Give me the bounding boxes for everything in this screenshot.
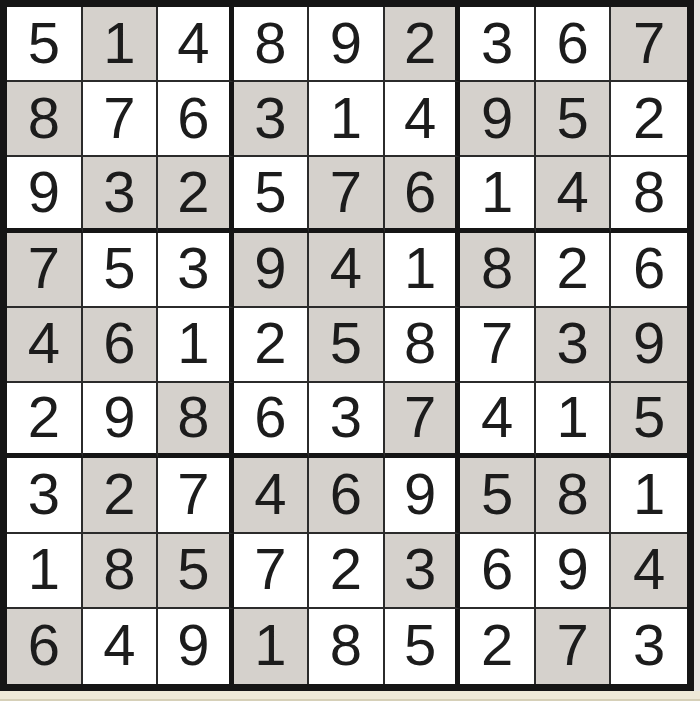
cell-digit: 6	[481, 540, 513, 598]
sudoku-cell-r3c4[interactable]: 5	[234, 157, 310, 232]
cell-digit: 7	[28, 239, 60, 297]
sudoku-cell-r4c8[interactable]: 2	[536, 233, 612, 308]
sudoku-cell-r9c2[interactable]: 4	[83, 609, 159, 684]
sudoku-cell-r2c3[interactable]: 6	[158, 82, 234, 157]
sudoku-cell-r8c3[interactable]: 5	[158, 534, 234, 609]
sudoku-cell-r3c3[interactable]: 2	[158, 157, 234, 232]
sudoku-cell-r9c5[interactable]: 8	[309, 609, 385, 684]
cell-digit: 9	[28, 163, 60, 221]
sudoku-cell-r1c8[interactable]: 6	[536, 7, 612, 82]
cell-digit: 3	[177, 239, 209, 297]
sudoku-cell-r6c4[interactable]: 6	[234, 383, 310, 458]
sudoku-cell-r3c2[interactable]: 3	[83, 157, 159, 232]
cell-digit: 8	[103, 540, 135, 598]
sudoku-cell-r1c1[interactable]: 5	[7, 7, 83, 82]
sudoku-cell-r4c4[interactable]: 9	[234, 233, 310, 308]
sudoku-cell-r4c1[interactable]: 7	[7, 233, 83, 308]
sudoku-cell-r8c5[interactable]: 2	[309, 534, 385, 609]
sudoku-cell-r1c2[interactable]: 1	[83, 7, 159, 82]
sudoku-cell-r5c6[interactable]: 8	[385, 308, 461, 383]
cell-digit: 9	[481, 89, 513, 147]
sudoku-cell-r9c1[interactable]: 6	[7, 609, 83, 684]
cell-digit: 7	[254, 540, 286, 598]
sudoku-cell-r5c4[interactable]: 2	[234, 308, 310, 383]
sudoku-cell-r6c9[interactable]: 5	[611, 383, 687, 458]
cell-digit: 6	[404, 163, 436, 221]
cell-digit: 4	[177, 14, 209, 72]
sudoku-cell-r6c2[interactable]: 9	[83, 383, 159, 458]
sudoku-cell-r4c9[interactable]: 6	[611, 233, 687, 308]
cell-digit: 3	[404, 540, 436, 598]
sudoku-cell-r5c9[interactable]: 9	[611, 308, 687, 383]
cell-digit: 6	[177, 89, 209, 147]
bottom-margin-strip	[0, 691, 700, 701]
sudoku-cell-r8c4[interactable]: 7	[234, 534, 310, 609]
cell-digit: 8	[557, 465, 589, 523]
cell-digit: 6	[28, 616, 60, 674]
sudoku-cell-r5c2[interactable]: 6	[83, 308, 159, 383]
cell-digit: 7	[633, 14, 665, 72]
sudoku-cell-r9c6[interactable]: 5	[385, 609, 461, 684]
cell-digit: 4	[404, 89, 436, 147]
sudoku-cell-r7c4[interactable]: 4	[234, 458, 310, 533]
cell-digit: 5	[633, 388, 665, 446]
cell-digit: 3	[633, 616, 665, 674]
sudoku-cell-r5c7[interactable]: 7	[460, 308, 536, 383]
cell-digit: 9	[177, 616, 209, 674]
sudoku-cell-r2c8[interactable]: 5	[536, 82, 612, 157]
cell-digit: 7	[404, 388, 436, 446]
sudoku-cell-r7c6[interactable]: 9	[385, 458, 461, 533]
sudoku-cell-r5c5[interactable]: 5	[309, 308, 385, 383]
sudoku-cell-r1c6[interactable]: 2	[385, 7, 461, 82]
cell-digit: 1	[330, 89, 362, 147]
cell-digit: 8	[177, 388, 209, 446]
sudoku-cell-r7c5[interactable]: 6	[309, 458, 385, 533]
sudoku-cell-r2c5[interactable]: 1	[309, 82, 385, 157]
cell-digit: 2	[28, 388, 60, 446]
sudoku-cell-r5c3[interactable]: 1	[158, 308, 234, 383]
sudoku-cell-r9c8[interactable]: 7	[536, 609, 612, 684]
sudoku-cell-r9c7[interactable]: 2	[460, 609, 536, 684]
cell-digit: 3	[28, 465, 60, 523]
cell-digit: 1	[557, 388, 589, 446]
cell-digit: 9	[330, 14, 362, 72]
sudoku-cell-r6c7[interactable]: 4	[460, 383, 536, 458]
cell-digit: 2	[633, 89, 665, 147]
sudoku-cell-r8c9[interactable]: 4	[611, 534, 687, 609]
sudoku-cell-r6c6[interactable]: 7	[385, 383, 461, 458]
cell-digit: 5	[404, 616, 436, 674]
sudoku-cell-r7c1[interactable]: 3	[7, 458, 83, 533]
cell-digit: 8	[481, 239, 513, 297]
cell-digit: 7	[557, 616, 589, 674]
sudoku-cell-r7c3[interactable]: 7	[158, 458, 234, 533]
cell-digit: 1	[177, 314, 209, 372]
sudoku-cell-r7c8[interactable]: 8	[536, 458, 612, 533]
sudoku-cell-r7c9[interactable]: 1	[611, 458, 687, 533]
cell-digit: 7	[481, 314, 513, 372]
cell-digit: 6	[103, 314, 135, 372]
cell-digit: 9	[633, 314, 665, 372]
sudoku-cell-r6c5[interactable]: 3	[309, 383, 385, 458]
sudoku-cell-r9c9[interactable]: 3	[611, 609, 687, 684]
sudoku-cell-r8c8[interactable]: 9	[536, 534, 612, 609]
sudoku-cell-r2c4[interactable]: 3	[234, 82, 310, 157]
sudoku-cell-r3c7[interactable]: 1	[460, 157, 536, 232]
sudoku-cell-r8c6[interactable]: 3	[385, 534, 461, 609]
cell-digit: 7	[177, 465, 209, 523]
sudoku-board: 5148923678763149529325761487539418264612…	[0, 0, 694, 691]
cell-digit: 1	[103, 14, 135, 72]
sudoku-cell-r6c8[interactable]: 1	[536, 383, 612, 458]
cell-digit: 4	[28, 314, 60, 372]
cell-digit: 4	[633, 540, 665, 598]
cell-digit: 8	[330, 616, 362, 674]
cell-digit: 2	[177, 163, 209, 221]
cell-digit: 6	[330, 465, 362, 523]
sudoku-cell-r9c4[interactable]: 1	[234, 609, 310, 684]
cell-digit: 1	[254, 616, 286, 674]
sudoku-cell-r1c9[interactable]: 7	[611, 7, 687, 82]
cell-digit: 3	[557, 314, 589, 372]
sudoku-cell-r4c7[interactable]: 8	[460, 233, 536, 308]
cell-digit: 8	[254, 14, 286, 72]
cell-digit: 4	[330, 239, 362, 297]
cell-digit: 3	[103, 163, 135, 221]
cell-digit: 9	[404, 465, 436, 523]
cell-digit: 4	[103, 616, 135, 674]
cell-digit: 8	[633, 163, 665, 221]
sudoku-cell-r5c1[interactable]: 4	[7, 308, 83, 383]
right-margin-strip	[694, 0, 700, 691]
sudoku-cell-r4c3[interactable]: 3	[158, 233, 234, 308]
cell-digit: 1	[633, 465, 665, 523]
sudoku-cell-r2c2[interactable]: 7	[83, 82, 159, 157]
cell-digit: 5	[330, 314, 362, 372]
sudoku-cell-r3c9[interactable]: 8	[611, 157, 687, 232]
cell-digit: 2	[557, 239, 589, 297]
cell-digit: 3	[330, 388, 362, 446]
cell-digit: 5	[481, 465, 513, 523]
cell-digit: 2	[481, 616, 513, 674]
cell-digit: 9	[103, 388, 135, 446]
sudoku-page: 5148923678763149529325761487539418264612…	[0, 0, 700, 701]
cell-digit: 5	[177, 540, 209, 598]
cell-digit: 5	[557, 89, 589, 147]
cell-digit: 6	[633, 239, 665, 297]
cell-digit: 3	[254, 89, 286, 147]
sudoku-cell-r3c5[interactable]: 7	[309, 157, 385, 232]
cell-digit: 7	[103, 89, 135, 147]
cell-digit: 2	[254, 314, 286, 372]
sudoku-cell-r8c2[interactable]: 8	[83, 534, 159, 609]
cell-digit: 4	[254, 465, 286, 523]
cell-digit: 9	[557, 540, 589, 598]
sudoku-cell-r1c3[interactable]: 4	[158, 7, 234, 82]
cell-digit: 5	[28, 14, 60, 72]
cell-digit: 1	[28, 540, 60, 598]
cell-digit: 1	[481, 163, 513, 221]
sudoku-cell-r6c3[interactable]: 8	[158, 383, 234, 458]
cell-digit: 8	[404, 314, 436, 372]
cell-digit: 5	[103, 239, 135, 297]
cell-digit: 1	[404, 239, 436, 297]
cell-digit: 6	[557, 14, 589, 72]
sudoku-cell-r4c2[interactable]: 5	[83, 233, 159, 308]
sudoku-cell-r6c1[interactable]: 2	[7, 383, 83, 458]
cell-digit: 9	[254, 239, 286, 297]
sudoku-cell-r2c9[interactable]: 2	[611, 82, 687, 157]
cell-digit: 5	[254, 163, 286, 221]
sudoku-cell-r3c6[interactable]: 6	[385, 157, 461, 232]
cell-digit: 3	[481, 14, 513, 72]
cell-digit: 4	[481, 388, 513, 446]
cell-digit: 2	[103, 465, 135, 523]
sudoku-cell-r1c7[interactable]: 3	[460, 7, 536, 82]
sudoku-cell-r8c7[interactable]: 6	[460, 534, 536, 609]
sudoku-cell-r9c3[interactable]: 9	[158, 609, 234, 684]
cell-digit: 4	[557, 163, 589, 221]
sudoku-grid: 5148923678763149529325761487539418264612…	[7, 7, 687, 684]
sudoku-cell-r3c1[interactable]: 9	[7, 157, 83, 232]
sudoku-cell-r4c6[interactable]: 1	[385, 233, 461, 308]
sudoku-cell-r8c1[interactable]: 1	[7, 534, 83, 609]
cell-digit: 2	[330, 540, 362, 598]
cell-digit: 2	[404, 14, 436, 72]
sudoku-cell-r2c6[interactable]: 4	[385, 82, 461, 157]
sudoku-cell-r7c2[interactable]: 2	[83, 458, 159, 533]
cell-digit: 6	[254, 388, 286, 446]
sudoku-cell-r2c7[interactable]: 9	[460, 82, 536, 157]
sudoku-cell-r2c1[interactable]: 8	[7, 82, 83, 157]
sudoku-cell-r1c5[interactable]: 9	[309, 7, 385, 82]
sudoku-cell-r3c8[interactable]: 4	[536, 157, 612, 232]
cell-digit: 7	[330, 163, 362, 221]
sudoku-cell-r7c7[interactable]: 5	[460, 458, 536, 533]
sudoku-cell-r5c8[interactable]: 3	[536, 308, 612, 383]
sudoku-cell-r1c4[interactable]: 8	[234, 7, 310, 82]
cell-digit: 8	[28, 89, 60, 147]
sudoku-cell-r4c5[interactable]: 4	[309, 233, 385, 308]
